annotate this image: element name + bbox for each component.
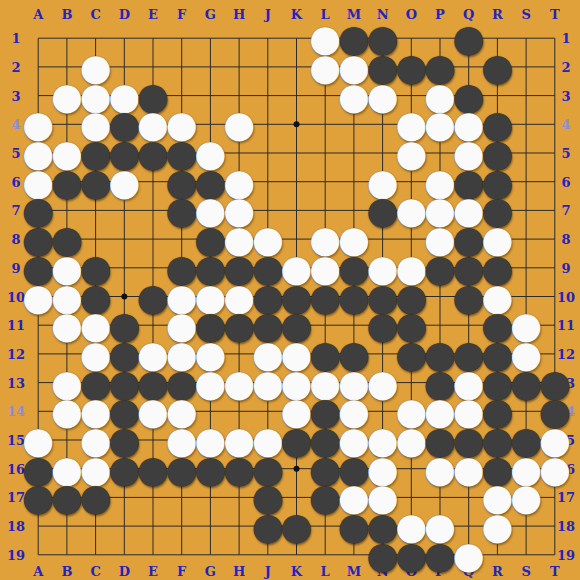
- intersection-D15[interactable]: ●: [110, 426, 139, 455]
- intersection-O1[interactable]: [397, 24, 426, 53]
- intersection-H9[interactable]: ●: [225, 253, 254, 282]
- intersection-E18[interactable]: [139, 512, 168, 541]
- intersection-A2[interactable]: [24, 52, 53, 81]
- intersection-O15[interactable]: ●: [397, 426, 426, 455]
- intersection-J2[interactable]: [253, 52, 282, 81]
- intersection-C1[interactable]: [81, 24, 110, 53]
- intersection-H16[interactable]: ●: [225, 454, 254, 483]
- intersection-L3[interactable]: [311, 81, 340, 110]
- intersection-R5[interactable]: ●: [483, 139, 512, 168]
- intersection-G15[interactable]: ●: [196, 426, 225, 455]
- intersection-M10[interactable]: ●: [339, 282, 368, 311]
- intersection-H3[interactable]: [225, 81, 254, 110]
- intersection-E4[interactable]: ●: [139, 110, 168, 139]
- intersection-N2[interactable]: ●: [368, 52, 397, 81]
- intersection-K2[interactable]: [282, 52, 311, 81]
- intersection-L8[interactable]: ●: [311, 225, 340, 254]
- intersection-J19[interactable]: [253, 540, 282, 569]
- intersection-G5[interactable]: ●: [196, 139, 225, 168]
- intersection-A1[interactable]: [24, 24, 53, 53]
- intersection-M2[interactable]: ●: [339, 52, 368, 81]
- intersection-G9[interactable]: ●: [196, 253, 225, 282]
- intersection-S5[interactable]: [512, 139, 541, 168]
- intersection-A8[interactable]: ●: [24, 225, 53, 254]
- intersection-K13[interactable]: ●: [282, 368, 311, 397]
- intersection-F8[interactable]: [167, 225, 196, 254]
- intersection-D2[interactable]: [110, 52, 139, 81]
- intersection-S6[interactable]: [512, 167, 541, 196]
- intersection-N3[interactable]: ●: [368, 81, 397, 110]
- intersection-T13[interactable]: ●: [540, 368, 569, 397]
- intersection-E5[interactable]: ●: [139, 139, 168, 168]
- intersection-M7[interactable]: [339, 196, 368, 225]
- intersection-A11[interactable]: [24, 311, 53, 340]
- intersection-Q4[interactable]: ●: [454, 110, 483, 139]
- intersection-N17[interactable]: ●: [368, 483, 397, 512]
- intersection-Q6[interactable]: ●: [454, 167, 483, 196]
- intersection-H17[interactable]: [225, 483, 254, 512]
- intersection-E8[interactable]: [139, 225, 168, 254]
- intersection-R9[interactable]: ●: [483, 253, 512, 282]
- intersection-B16[interactable]: ●: [52, 454, 81, 483]
- intersection-M5[interactable]: [339, 139, 368, 168]
- intersection-P18[interactable]: ●: [426, 512, 455, 541]
- intersection-R15[interactable]: ●: [483, 426, 512, 455]
- intersection-T18[interactable]: [540, 512, 569, 541]
- intersection-R4[interactable]: ●: [483, 110, 512, 139]
- intersection-O14[interactable]: ●: [397, 397, 426, 426]
- intersection-T6[interactable]: [540, 167, 569, 196]
- intersection-P9[interactable]: ●: [426, 253, 455, 282]
- intersection-F19[interactable]: [167, 540, 196, 569]
- intersection-P12[interactable]: ●: [426, 339, 455, 368]
- intersection-E19[interactable]: [139, 540, 168, 569]
- intersection-N8[interactable]: [368, 225, 397, 254]
- intersection-L12[interactable]: ●: [311, 339, 340, 368]
- intersection-L2[interactable]: ●: [311, 52, 340, 81]
- intersection-L15[interactable]: ●: [311, 426, 340, 455]
- intersection-K10[interactable]: ●: [282, 282, 311, 311]
- intersection-G14[interactable]: [196, 397, 225, 426]
- intersection-G7[interactable]: ●: [196, 196, 225, 225]
- intersection-T4[interactable]: [540, 110, 569, 139]
- intersection-E13[interactable]: ●: [139, 368, 168, 397]
- intersection-F16[interactable]: ●: [167, 454, 196, 483]
- intersection-G10[interactable]: ●: [196, 282, 225, 311]
- intersection-P6[interactable]: ●: [426, 167, 455, 196]
- intersection-S9[interactable]: [512, 253, 541, 282]
- intersection-B11[interactable]: ●: [52, 311, 81, 340]
- intersection-F5[interactable]: ●: [167, 139, 196, 168]
- intersection-T19[interactable]: [540, 540, 569, 569]
- intersection-M13[interactable]: ●: [339, 368, 368, 397]
- intersection-E15[interactable]: [139, 426, 168, 455]
- intersection-G1[interactable]: [196, 24, 225, 53]
- intersection-C8[interactable]: [81, 225, 110, 254]
- intersection-R10[interactable]: ●: [483, 282, 512, 311]
- intersection-O2[interactable]: ●: [397, 52, 426, 81]
- intersection-J9[interactable]: ●: [253, 253, 282, 282]
- intersection-M6[interactable]: [339, 167, 368, 196]
- intersection-Q19[interactable]: ●: [454, 540, 483, 569]
- intersection-F15[interactable]: ●: [167, 426, 196, 455]
- intersection-L10[interactable]: ●: [311, 282, 340, 311]
- intersection-Q11[interactable]: [454, 311, 483, 340]
- intersection-P2[interactable]: ●: [426, 52, 455, 81]
- intersection-J7[interactable]: [253, 196, 282, 225]
- intersection-A19[interactable]: [24, 540, 53, 569]
- intersection-G6[interactable]: ●: [196, 167, 225, 196]
- intersection-C18[interactable]: [81, 512, 110, 541]
- intersection-L14[interactable]: ●: [311, 397, 340, 426]
- intersection-K5[interactable]: [282, 139, 311, 168]
- intersection-J10[interactable]: ●: [253, 282, 282, 311]
- intersection-J5[interactable]: [253, 139, 282, 168]
- intersection-A17[interactable]: ●: [24, 483, 53, 512]
- intersection-K11[interactable]: ●: [282, 311, 311, 340]
- intersection-B18[interactable]: [52, 512, 81, 541]
- intersection-Q8[interactable]: ●: [454, 225, 483, 254]
- intersection-J13[interactable]: ●: [253, 368, 282, 397]
- intersection-R17[interactable]: ●: [483, 483, 512, 512]
- intersection-G13[interactable]: ●: [196, 368, 225, 397]
- intersection-Q15[interactable]: ●: [454, 426, 483, 455]
- intersection-K6[interactable]: [282, 167, 311, 196]
- intersection-Q14[interactable]: ●: [454, 397, 483, 426]
- intersection-K12[interactable]: ●: [282, 339, 311, 368]
- intersection-L16[interactable]: ●: [311, 454, 340, 483]
- intersection-D14[interactable]: ●: [110, 397, 139, 426]
- intersection-S14[interactable]: [512, 397, 541, 426]
- intersection-K8[interactable]: [282, 225, 311, 254]
- intersection-C11[interactable]: ●: [81, 311, 110, 340]
- intersection-H11[interactable]: ●: [225, 311, 254, 340]
- intersection-F4[interactable]: ●: [167, 110, 196, 139]
- intersection-F17[interactable]: [167, 483, 196, 512]
- intersection-C13[interactable]: ●: [81, 368, 110, 397]
- intersection-D12[interactable]: ●: [110, 339, 139, 368]
- intersection-K4[interactable]: [282, 110, 311, 139]
- intersection-N10[interactable]: ●: [368, 282, 397, 311]
- intersection-R14[interactable]: ●: [483, 397, 512, 426]
- intersection-E1[interactable]: [139, 24, 168, 53]
- intersection-D9[interactable]: [110, 253, 139, 282]
- intersection-T16[interactable]: ●: [540, 454, 569, 483]
- intersection-Q2[interactable]: [454, 52, 483, 81]
- intersection-D5[interactable]: ●: [110, 139, 139, 168]
- intersection-F13[interactable]: ●: [167, 368, 196, 397]
- intersection-S11[interactable]: ●: [512, 311, 541, 340]
- intersection-R2[interactable]: ●: [483, 52, 512, 81]
- intersection-H2[interactable]: [225, 52, 254, 81]
- intersection-G8[interactable]: ●: [196, 225, 225, 254]
- intersection-D10[interactable]: [110, 282, 139, 311]
- intersection-K16[interactable]: [282, 454, 311, 483]
- intersection-T8[interactable]: [540, 225, 569, 254]
- intersection-O8[interactable]: [397, 225, 426, 254]
- intersection-C5[interactable]: ●: [81, 139, 110, 168]
- intersection-F9[interactable]: ●: [167, 253, 196, 282]
- intersection-C2[interactable]: ●: [81, 52, 110, 81]
- intersection-C3[interactable]: ●: [81, 81, 110, 110]
- intersection-T2[interactable]: [540, 52, 569, 81]
- intersection-P16[interactable]: ●: [426, 454, 455, 483]
- intersection-B2[interactable]: [52, 52, 81, 81]
- intersection-B17[interactable]: ●: [52, 483, 81, 512]
- intersection-P5[interactable]: [426, 139, 455, 168]
- intersection-C17[interactable]: ●: [81, 483, 110, 512]
- intersection-L7[interactable]: [311, 196, 340, 225]
- intersection-S18[interactable]: [512, 512, 541, 541]
- intersection-J6[interactable]: [253, 167, 282, 196]
- intersection-T12[interactable]: [540, 339, 569, 368]
- intersection-J17[interactable]: ●: [253, 483, 282, 512]
- intersection-G3[interactable]: [196, 81, 225, 110]
- intersection-T17[interactable]: [540, 483, 569, 512]
- intersection-G18[interactable]: [196, 512, 225, 541]
- intersection-F6[interactable]: ●: [167, 167, 196, 196]
- intersection-P19[interactable]: ●: [426, 540, 455, 569]
- intersection-B8[interactable]: ●: [52, 225, 81, 254]
- intersection-Q12[interactable]: ●: [454, 339, 483, 368]
- intersection-Q10[interactable]: ●: [454, 282, 483, 311]
- intersection-C4[interactable]: ●: [81, 110, 110, 139]
- intersection-R12[interactable]: ●: [483, 339, 512, 368]
- intersection-A13[interactable]: [24, 368, 53, 397]
- intersection-A12[interactable]: [24, 339, 53, 368]
- intersection-N6[interactable]: ●: [368, 167, 397, 196]
- intersection-J16[interactable]: ●: [253, 454, 282, 483]
- intersection-Q17[interactable]: [454, 483, 483, 512]
- intersection-Q5[interactable]: ●: [454, 139, 483, 168]
- intersection-J14[interactable]: [253, 397, 282, 426]
- intersection-P13[interactable]: ●: [426, 368, 455, 397]
- intersection-M19[interactable]: [339, 540, 368, 569]
- intersection-M4[interactable]: [339, 110, 368, 139]
- intersection-R6[interactable]: ●: [483, 167, 512, 196]
- intersection-M14[interactable]: ●: [339, 397, 368, 426]
- intersection-S2[interactable]: [512, 52, 541, 81]
- intersection-N13[interactable]: ●: [368, 368, 397, 397]
- intersection-F11[interactable]: ●: [167, 311, 196, 340]
- intersection-D11[interactable]: ●: [110, 311, 139, 340]
- intersection-T15[interactable]: ●: [540, 426, 569, 455]
- intersection-P1[interactable]: [426, 24, 455, 53]
- intersection-P15[interactable]: ●: [426, 426, 455, 455]
- intersection-H1[interactable]: [225, 24, 254, 53]
- intersection-H5[interactable]: [225, 139, 254, 168]
- intersection-O12[interactable]: ●: [397, 339, 426, 368]
- intersection-L18[interactable]: [311, 512, 340, 541]
- intersection-B3[interactable]: ●: [52, 81, 81, 110]
- intersection-L5[interactable]: [311, 139, 340, 168]
- intersection-E9[interactable]: [139, 253, 168, 282]
- intersection-J1[interactable]: [253, 24, 282, 53]
- intersection-H14[interactable]: [225, 397, 254, 426]
- intersection-J12[interactable]: ●: [253, 339, 282, 368]
- intersection-N5[interactable]: [368, 139, 397, 168]
- intersection-F1[interactable]: [167, 24, 196, 53]
- intersection-S15[interactable]: ●: [512, 426, 541, 455]
- intersection-J4[interactable]: [253, 110, 282, 139]
- intersection-E16[interactable]: ●: [139, 454, 168, 483]
- intersection-M12[interactable]: ●: [339, 339, 368, 368]
- intersection-S16[interactable]: ●: [512, 454, 541, 483]
- intersection-S3[interactable]: [512, 81, 541, 110]
- intersection-S13[interactable]: ●: [512, 368, 541, 397]
- intersection-H4[interactable]: ●: [225, 110, 254, 139]
- intersection-M8[interactable]: ●: [339, 225, 368, 254]
- intersection-P14[interactable]: ●: [426, 397, 455, 426]
- intersection-T14[interactable]: ●: [540, 397, 569, 426]
- intersection-K7[interactable]: [282, 196, 311, 225]
- intersection-S17[interactable]: ●: [512, 483, 541, 512]
- intersection-J11[interactable]: ●: [253, 311, 282, 340]
- intersection-G2[interactable]: [196, 52, 225, 81]
- intersection-Q1[interactable]: ●: [454, 24, 483, 53]
- intersection-T11[interactable]: [540, 311, 569, 340]
- intersection-B1[interactable]: [52, 24, 81, 53]
- intersection-N19[interactable]: ●: [368, 540, 397, 569]
- intersection-H8[interactable]: ●: [225, 225, 254, 254]
- intersection-O4[interactable]: ●: [397, 110, 426, 139]
- intersection-D16[interactable]: ●: [110, 454, 139, 483]
- intersection-O6[interactable]: [397, 167, 426, 196]
- intersection-G12[interactable]: ●: [196, 339, 225, 368]
- intersection-O5[interactable]: ●: [397, 139, 426, 168]
- intersection-B10[interactable]: ●: [52, 282, 81, 311]
- intersection-G17[interactable]: [196, 483, 225, 512]
- intersection-H6[interactable]: ●: [225, 167, 254, 196]
- intersection-R16[interactable]: ●: [483, 454, 512, 483]
- intersection-R11[interactable]: ●: [483, 311, 512, 340]
- intersection-O13[interactable]: [397, 368, 426, 397]
- intersection-N18[interactable]: ●: [368, 512, 397, 541]
- intersection-D17[interactable]: [110, 483, 139, 512]
- intersection-S19[interactable]: [512, 540, 541, 569]
- intersection-E12[interactable]: ●: [139, 339, 168, 368]
- intersection-K17[interactable]: [282, 483, 311, 512]
- intersection-O3[interactable]: [397, 81, 426, 110]
- intersection-D13[interactable]: ●: [110, 368, 139, 397]
- intersection-B15[interactable]: [52, 426, 81, 455]
- intersection-R1[interactable]: [483, 24, 512, 53]
- intersection-H10[interactable]: ●: [225, 282, 254, 311]
- intersection-R8[interactable]: ●: [483, 225, 512, 254]
- intersection-R19[interactable]: [483, 540, 512, 569]
- intersection-H19[interactable]: [225, 540, 254, 569]
- intersection-Q9[interactable]: ●: [454, 253, 483, 282]
- intersection-F14[interactable]: ●: [167, 397, 196, 426]
- intersection-C9[interactable]: ●: [81, 253, 110, 282]
- intersection-C12[interactable]: ●: [81, 339, 110, 368]
- intersection-O19[interactable]: ●: [397, 540, 426, 569]
- intersection-C16[interactable]: ●: [81, 454, 110, 483]
- intersection-N11[interactable]: ●: [368, 311, 397, 340]
- intersection-B12[interactable]: [52, 339, 81, 368]
- intersection-Q18[interactable]: [454, 512, 483, 541]
- intersection-B14[interactable]: ●: [52, 397, 81, 426]
- intersection-S8[interactable]: [512, 225, 541, 254]
- intersection-T7[interactable]: [540, 196, 569, 225]
- intersection-J18[interactable]: ●: [253, 512, 282, 541]
- intersection-F18[interactable]: [167, 512, 196, 541]
- intersection-N7[interactable]: ●: [368, 196, 397, 225]
- intersection-D3[interactable]: ●: [110, 81, 139, 110]
- intersection-P10[interactable]: [426, 282, 455, 311]
- intersection-T10[interactable]: [540, 282, 569, 311]
- intersection-D1[interactable]: [110, 24, 139, 53]
- intersection-E6[interactable]: [139, 167, 168, 196]
- intersection-R7[interactable]: ●: [483, 196, 512, 225]
- intersection-T5[interactable]: [540, 139, 569, 168]
- intersection-L1[interactable]: ●: [311, 24, 340, 53]
- intersection-S4[interactable]: [512, 110, 541, 139]
- intersection-S12[interactable]: ●: [512, 339, 541, 368]
- intersection-G4[interactable]: [196, 110, 225, 139]
- intersection-K9[interactable]: ●: [282, 253, 311, 282]
- intersection-D18[interactable]: [110, 512, 139, 541]
- intersection-F7[interactable]: ●: [167, 196, 196, 225]
- intersection-B7[interactable]: [52, 196, 81, 225]
- intersection-O16[interactable]: [397, 454, 426, 483]
- intersection-A4[interactable]: ●: [24, 110, 53, 139]
- intersection-N16[interactable]: ●: [368, 454, 397, 483]
- intersection-E14[interactable]: ●: [139, 397, 168, 426]
- intersection-O7[interactable]: ●: [397, 196, 426, 225]
- intersection-L19[interactable]: [311, 540, 340, 569]
- intersection-D19[interactable]: [110, 540, 139, 569]
- intersection-E3[interactable]: ●: [139, 81, 168, 110]
- intersection-A3[interactable]: [24, 81, 53, 110]
- intersection-O17[interactable]: [397, 483, 426, 512]
- intersection-H13[interactable]: ●: [225, 368, 254, 397]
- intersection-C15[interactable]: ●: [81, 426, 110, 455]
- intersection-G11[interactable]: ●: [196, 311, 225, 340]
- intersection-C10[interactable]: ●: [81, 282, 110, 311]
- intersection-N12[interactable]: [368, 339, 397, 368]
- intersection-R18[interactable]: ●: [483, 512, 512, 541]
- intersection-K15[interactable]: ●: [282, 426, 311, 455]
- intersection-D8[interactable]: [110, 225, 139, 254]
- intersection-L13[interactable]: ●: [311, 368, 340, 397]
- intersection-H12[interactable]: [225, 339, 254, 368]
- intersection-B9[interactable]: ●: [52, 253, 81, 282]
- intersection-F10[interactable]: ●: [167, 282, 196, 311]
- intersection-N15[interactable]: ●: [368, 426, 397, 455]
- intersection-O10[interactable]: ●: [397, 282, 426, 311]
- intersection-P11[interactable]: [426, 311, 455, 340]
- intersection-R3[interactable]: [483, 81, 512, 110]
- intersection-A15[interactable]: ●: [24, 426, 53, 455]
- intersection-P3[interactable]: ●: [426, 81, 455, 110]
- intersection-Q16[interactable]: ●: [454, 454, 483, 483]
- intersection-C6[interactable]: ●: [81, 167, 110, 196]
- intersection-T9[interactable]: [540, 253, 569, 282]
- intersection-K1[interactable]: [282, 24, 311, 53]
- intersection-K19[interactable]: [282, 540, 311, 569]
- intersection-A5[interactable]: ●: [24, 139, 53, 168]
- intersection-T3[interactable]: [540, 81, 569, 110]
- intersection-S1[interactable]: [512, 24, 541, 53]
- intersection-K14[interactable]: ●: [282, 397, 311, 426]
- intersection-J8[interactable]: ●: [253, 225, 282, 254]
- intersection-P17[interactable]: [426, 483, 455, 512]
- intersection-E17[interactable]: [139, 483, 168, 512]
- intersection-E2[interactable]: [139, 52, 168, 81]
- intersection-J3[interactable]: [253, 81, 282, 110]
- intersection-B6[interactable]: ●: [52, 167, 81, 196]
